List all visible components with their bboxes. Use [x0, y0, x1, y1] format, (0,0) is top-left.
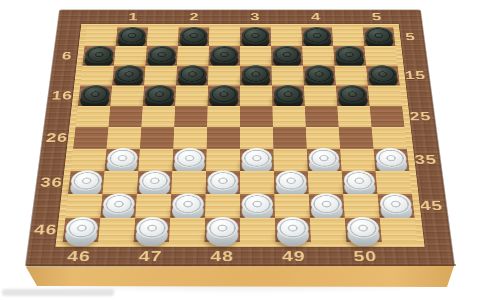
- light-square-r1c9[interactable]: [332, 27, 364, 46]
- board-surface: [55, 24, 424, 247]
- white-piece-46[interactable]: [64, 217, 99, 247]
- light-square-r5c5[interactable]: [207, 106, 240, 127]
- piece-top: [275, 170, 307, 191]
- board-edge-seam: [24, 264, 458, 266]
- square-15[interactable]: [366, 66, 400, 86]
- piece-top: [242, 148, 273, 168]
- light-square-r6c6[interactable]: [240, 127, 273, 149]
- board-grid: [63, 27, 418, 242]
- light-square-r6c8[interactable]: [306, 127, 340, 149]
- light-square-r3c1[interactable]: [80, 66, 114, 86]
- light-square-r2c4[interactable]: [177, 46, 209, 65]
- light-square-r5c7[interactable]: [272, 106, 305, 127]
- square-1[interactable]: [116, 27, 148, 46]
- light-square-r3c9[interactable]: [335, 66, 368, 86]
- border-label-top-1: 1: [118, 10, 150, 24]
- light-square-r7c7[interactable]: [273, 149, 307, 171]
- light-square-r8c8[interactable]: [308, 171, 343, 194]
- light-square-r7c3[interactable]: [138, 149, 173, 171]
- piece-top: [206, 217, 238, 239]
- piece-top: [209, 85, 238, 103]
- light-square-r6c2[interactable]: [107, 127, 142, 149]
- light-square-r4c8[interactable]: [304, 85, 337, 105]
- border-label-top-3: 3: [240, 10, 271, 24]
- square-19[interactable]: [272, 85, 305, 105]
- square-40[interactable]: [342, 171, 378, 194]
- light-square-r2c6[interactable]: [240, 46, 272, 65]
- square-39[interactable]: [274, 171, 309, 194]
- border-label-top-5: 5: [361, 10, 393, 24]
- border-label-bottom-48: 48: [204, 247, 240, 266]
- white-piece-50[interactable]: [346, 217, 380, 247]
- light-square-r9c7[interactable]: [274, 194, 309, 218]
- square-43[interactable]: [240, 194, 275, 218]
- piece-top: [337, 85, 368, 103]
- light-square-r3c3[interactable]: [144, 66, 177, 86]
- piece-top: [242, 65, 271, 83]
- square-14[interactable]: [303, 66, 336, 86]
- square-48[interactable]: [205, 218, 240, 242]
- light-square-r1c5[interactable]: [209, 27, 240, 46]
- light-square-r8c10[interactable]: [375, 171, 411, 194]
- border-label-bottom-47: 47: [132, 247, 169, 266]
- light-square-r6c4[interactable]: [173, 127, 207, 149]
- light-square-r1c1[interactable]: [85, 27, 118, 46]
- light-square-r8c4[interactable]: [171, 171, 206, 194]
- piece-top: [310, 193, 343, 214]
- light-square-r10c4[interactable]: [169, 218, 205, 242]
- draughts-board: 12345 616263646 515253545 4647484950: [26, 10, 455, 266]
- piece-top: [207, 170, 238, 191]
- square-3[interactable]: [240, 27, 271, 46]
- board-front-edge: [20, 264, 460, 290]
- light-square-r6c10[interactable]: [372, 127, 407, 149]
- square-24[interactable]: [305, 106, 339, 127]
- square-7[interactable]: [145, 46, 177, 65]
- light-square-r10c8[interactable]: [310, 218, 347, 242]
- board-frame: 12345 616263646 515253545 4647484950: [26, 10, 455, 266]
- piece-top: [273, 46, 302, 63]
- square-4[interactable]: [301, 27, 333, 46]
- square-35[interactable]: [373, 149, 409, 171]
- piece-top: [364, 27, 394, 44]
- light-square-r4c6[interactable]: [240, 85, 272, 105]
- border-label-top-2: 2: [179, 10, 210, 24]
- light-square-r7c9[interactable]: [340, 149, 375, 171]
- square-27[interactable]: [140, 127, 174, 149]
- piece-top: [346, 217, 380, 239]
- square-2[interactable]: [178, 27, 210, 46]
- piece-top: [343, 170, 375, 191]
- square-36[interactable]: [68, 171, 104, 194]
- light-square-r9c9[interactable]: [343, 194, 380, 218]
- square-44[interactable]: [309, 194, 345, 218]
- square-32[interactable]: [172, 149, 206, 171]
- light-square-r7c1[interactable]: [71, 149, 107, 171]
- square-13[interactable]: [240, 66, 272, 86]
- square-38[interactable]: [206, 171, 240, 194]
- light-square-r2c8[interactable]: [302, 46, 334, 65]
- square-30[interactable]: [339, 127, 374, 149]
- watermark: [2, 289, 114, 296]
- light-square-r7c5[interactable]: [206, 149, 240, 171]
- light-square-r2c10[interactable]: [364, 46, 397, 65]
- square-6[interactable]: [82, 46, 115, 65]
- square-29[interactable]: [273, 127, 307, 149]
- light-square-r3c7[interactable]: [272, 66, 304, 86]
- piece-top: [277, 217, 310, 239]
- square-47[interactable]: [134, 218, 171, 242]
- border-label-bottom-49: 49: [276, 247, 312, 266]
- light-square-r9c3[interactable]: [135, 194, 171, 218]
- light-square-r10c2[interactable]: [98, 218, 135, 242]
- border-label-top-4: 4: [301, 10, 332, 24]
- square-22[interactable]: [174, 106, 207, 127]
- square-26[interactable]: [73, 127, 108, 149]
- square-25[interactable]: [370, 106, 405, 127]
- light-square-r4c10[interactable]: [368, 85, 402, 105]
- square-41[interactable]: [100, 194, 137, 218]
- light-square-r1c3[interactable]: [147, 27, 179, 46]
- scene: 12345 616263646 515253545 4647484950: [0, 0, 480, 300]
- square-34[interactable]: [307, 149, 342, 171]
- light-square-r10c10[interactable]: [380, 218, 418, 242]
- square-46[interactable]: [63, 218, 101, 242]
- square-11[interactable]: [112, 66, 145, 86]
- square-49[interactable]: [275, 218, 311, 242]
- square-50[interactable]: [345, 218, 382, 242]
- square-31[interactable]: [105, 149, 140, 171]
- square-23[interactable]: [240, 106, 273, 127]
- piece-top: [210, 46, 238, 63]
- square-16[interactable]: [78, 85, 112, 105]
- white-piece-47[interactable]: [135, 217, 169, 247]
- white-piece-49[interactable]: [277, 217, 310, 247]
- square-18[interactable]: [208, 85, 240, 105]
- border-label-bottom-50: 50: [347, 247, 384, 266]
- square-12[interactable]: [176, 66, 208, 86]
- light-square-r4c2[interactable]: [110, 85, 144, 105]
- light-square-r9c5[interactable]: [205, 194, 240, 218]
- piece-top: [368, 65, 398, 83]
- square-42[interactable]: [170, 194, 205, 218]
- piece-top: [273, 85, 303, 103]
- light-square-r8c6[interactable]: [240, 171, 274, 194]
- piece-top: [305, 65, 335, 83]
- light-square-r3c5[interactable]: [208, 66, 240, 86]
- light-square-r10c6[interactable]: [240, 218, 275, 242]
- light-square-r8c2[interactable]: [102, 171, 138, 194]
- square-9[interactable]: [271, 46, 303, 65]
- white-piece-48[interactable]: [206, 217, 238, 247]
- square-8[interactable]: [208, 46, 240, 65]
- square-10[interactable]: [333, 46, 366, 65]
- square-5[interactable]: [363, 27, 396, 46]
- square-21[interactable]: [108, 106, 142, 127]
- border-label-bottom-46: 46: [60, 247, 98, 266]
- piece-top: [308, 148, 340, 168]
- light-square-r5c9[interactable]: [337, 106, 371, 127]
- square-45[interactable]: [378, 194, 415, 218]
- light-square-r4c4[interactable]: [175, 85, 208, 105]
- piece-top: [335, 46, 365, 63]
- square-37[interactable]: [137, 171, 172, 194]
- piece-top: [241, 27, 269, 44]
- light-square-r5c1[interactable]: [76, 106, 111, 127]
- square-20[interactable]: [336, 85, 370, 105]
- light-square-r2c2[interactable]: [114, 46, 147, 65]
- square-17[interactable]: [143, 85, 176, 105]
- piece-top: [303, 27, 332, 44]
- light-square-r5c3[interactable]: [141, 106, 175, 127]
- light-square-r1c7[interactable]: [271, 27, 303, 46]
- piece-top: [242, 193, 274, 214]
- square-33[interactable]: [240, 149, 274, 171]
- square-28[interactable]: [207, 127, 240, 149]
- light-square-r9c1[interactable]: [65, 194, 102, 218]
